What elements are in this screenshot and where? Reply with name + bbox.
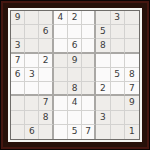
cell-r6c2[interactable] bbox=[25, 82, 39, 96]
cell-r6c8[interactable] bbox=[111, 82, 125, 96]
cell-r4c5[interactable]: 9 bbox=[68, 54, 82, 68]
cell-r8c3[interactable]: 8 bbox=[39, 111, 53, 125]
cell-r9c6[interactable]: 7 bbox=[82, 125, 96, 139]
cell-r1c8[interactable]: 3 bbox=[111, 11, 125, 25]
cell-r7c1[interactable] bbox=[11, 96, 25, 110]
cell-r9c4[interactable] bbox=[54, 125, 68, 139]
cell-r3c6[interactable] bbox=[82, 39, 96, 53]
cell-r7c9[interactable]: 9 bbox=[125, 96, 139, 110]
cell-r3c9[interactable] bbox=[125, 39, 139, 53]
cell-r3c1[interactable]: 3 bbox=[11, 39, 25, 53]
cell-r9c3[interactable] bbox=[39, 125, 53, 139]
cell-r7c2[interactable] bbox=[25, 96, 39, 110]
cell-r5c2[interactable]: 3 bbox=[25, 68, 39, 82]
cell-r3c3[interactable] bbox=[39, 39, 53, 53]
board-margin: 9423653687296358827749836571 bbox=[8, 8, 142, 142]
cell-r8c1[interactable] bbox=[11, 111, 25, 125]
cell-r5c9[interactable]: 8 bbox=[125, 68, 139, 82]
cell-r4c3[interactable]: 2 bbox=[39, 54, 53, 68]
cell-r1c9[interactable] bbox=[125, 11, 139, 25]
cell-r6c5[interactable]: 8 bbox=[68, 82, 82, 96]
cell-r8c2[interactable] bbox=[25, 111, 39, 125]
cell-r3c4[interactable] bbox=[54, 39, 68, 53]
cell-r3c7[interactable]: 8 bbox=[96, 39, 110, 53]
cell-r2c4[interactable] bbox=[54, 25, 68, 39]
cell-r5c7[interactable] bbox=[96, 68, 110, 82]
cell-r7c6[interactable] bbox=[82, 96, 96, 110]
cell-r6c1[interactable] bbox=[11, 82, 25, 96]
cell-r9c8[interactable] bbox=[111, 125, 125, 139]
cell-r3c2[interactable] bbox=[25, 39, 39, 53]
cell-r9c7[interactable] bbox=[96, 125, 110, 139]
cell-r8c4[interactable] bbox=[54, 111, 68, 125]
cell-r9c2[interactable]: 6 bbox=[25, 125, 39, 139]
cell-r6c3[interactable] bbox=[39, 82, 53, 96]
cell-r4c1[interactable]: 7 bbox=[11, 54, 25, 68]
cell-r2c1[interactable] bbox=[11, 25, 25, 39]
cell-r6c9[interactable]: 7 bbox=[125, 82, 139, 96]
cell-r5c3[interactable] bbox=[39, 68, 53, 82]
cell-r1c3[interactable] bbox=[39, 11, 53, 25]
cell-r9c9[interactable]: 1 bbox=[125, 125, 139, 139]
board-frame: 9423653687296358827749836571 bbox=[0, 0, 150, 150]
cell-r5c8[interactable]: 5 bbox=[111, 68, 125, 82]
cell-r1c7[interactable] bbox=[96, 11, 110, 25]
cell-r5c6[interactable] bbox=[82, 68, 96, 82]
cell-r7c7[interactable] bbox=[96, 96, 110, 110]
cell-r8c8[interactable] bbox=[111, 111, 125, 125]
cell-r8c9[interactable] bbox=[125, 111, 139, 125]
cell-r4c4[interactable] bbox=[54, 54, 68, 68]
cell-r8c6[interactable] bbox=[82, 111, 96, 125]
cell-r1c2[interactable] bbox=[25, 11, 39, 25]
cell-r5c5[interactable] bbox=[68, 68, 82, 82]
cell-r2c6[interactable] bbox=[82, 25, 96, 39]
cell-r4c7[interactable] bbox=[96, 54, 110, 68]
cell-r7c3[interactable]: 7 bbox=[39, 96, 53, 110]
cell-r5c4[interactable] bbox=[54, 68, 68, 82]
cell-r7c5[interactable]: 4 bbox=[68, 96, 82, 110]
cell-r7c8[interactable] bbox=[111, 96, 125, 110]
cell-r2c3[interactable]: 6 bbox=[39, 25, 53, 39]
cell-r1c1[interactable]: 9 bbox=[11, 11, 25, 25]
cell-r2c8[interactable] bbox=[111, 25, 125, 39]
cell-r7c4[interactable] bbox=[54, 96, 68, 110]
cell-r2c9[interactable] bbox=[125, 25, 139, 39]
cell-r4c9[interactable] bbox=[125, 54, 139, 68]
cell-r2c7[interactable]: 5 bbox=[96, 25, 110, 39]
cell-r9c5[interactable]: 5 bbox=[68, 125, 82, 139]
cell-r4c8[interactable] bbox=[111, 54, 125, 68]
cell-r6c4[interactable] bbox=[54, 82, 68, 96]
cell-r4c6[interactable] bbox=[82, 54, 96, 68]
cell-r2c2[interactable] bbox=[25, 25, 39, 39]
cell-r1c6[interactable] bbox=[82, 11, 96, 25]
cell-r9c1[interactable] bbox=[11, 125, 25, 139]
cell-r3c5[interactable]: 6 bbox=[68, 39, 82, 53]
cell-r8c7[interactable]: 3 bbox=[96, 111, 110, 125]
sudoku-board: 9423653687296358827749836571 bbox=[10, 10, 140, 140]
cell-r5c1[interactable]: 6 bbox=[11, 68, 25, 82]
cell-r4c2[interactable] bbox=[25, 54, 39, 68]
cell-r2c5[interactable] bbox=[68, 25, 82, 39]
cell-r6c6[interactable] bbox=[82, 82, 96, 96]
cell-r6c7[interactable]: 2 bbox=[96, 82, 110, 96]
cell-r1c5[interactable]: 2 bbox=[68, 11, 82, 25]
cell-r1c4[interactable]: 4 bbox=[54, 11, 68, 25]
cell-r3c8[interactable] bbox=[111, 39, 125, 53]
cell-r8c5[interactable] bbox=[68, 111, 82, 125]
